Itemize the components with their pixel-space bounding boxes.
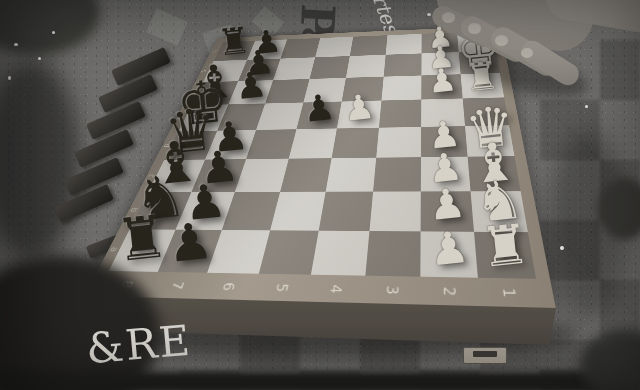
file-label: a bbox=[89, 244, 139, 255]
square-f1 bbox=[460, 73, 504, 99]
carpet-speck bbox=[585, 105, 588, 108]
square-h5 bbox=[315, 37, 353, 58]
square-e2 bbox=[421, 99, 464, 127]
square-f5 bbox=[303, 78, 346, 103]
carpet-speck bbox=[38, 57, 41, 60]
carpet-pattern-shape bbox=[146, 8, 188, 46]
square-g1 bbox=[458, 51, 499, 74]
square-e1 bbox=[462, 97, 509, 125]
hand-knuckle bbox=[521, 48, 533, 58]
square-c1 bbox=[467, 156, 520, 191]
board-clasp bbox=[463, 347, 507, 364]
file-label: c bbox=[130, 172, 174, 180]
square-b5 bbox=[270, 192, 326, 231]
file-label: b bbox=[111, 206, 157, 215]
hand-knuckle bbox=[442, 12, 455, 23]
square-d3 bbox=[376, 127, 421, 158]
carpet-speck bbox=[14, 43, 18, 46]
file-label: f bbox=[175, 90, 212, 97]
dark-object-top-left bbox=[0, 0, 100, 55]
file-label: e bbox=[161, 114, 200, 121]
carpet-speck bbox=[8, 76, 11, 80]
square-d2 bbox=[421, 126, 467, 157]
carpet-speck bbox=[560, 246, 564, 250]
square-c3 bbox=[373, 157, 421, 192]
square-g3 bbox=[383, 54, 421, 77]
carpet-pattern-shape bbox=[252, 6, 285, 38]
dark-floor-band-bottom bbox=[0, 372, 640, 390]
square-c2 bbox=[421, 157, 470, 192]
square-b2 bbox=[421, 191, 474, 231]
shadow-left-of-board bbox=[0, 60, 80, 260]
square-g2 bbox=[421, 52, 460, 75]
square-b3 bbox=[369, 192, 421, 231]
square-e5 bbox=[296, 102, 342, 129]
board-grid bbox=[109, 31, 536, 279]
square-h4 bbox=[350, 35, 387, 56]
square-e3 bbox=[379, 100, 422, 128]
carpet-logo-re-text: &RE bbox=[84, 319, 193, 370]
square-g5 bbox=[309, 56, 350, 79]
square-h1 bbox=[457, 31, 496, 52]
square-e4 bbox=[337, 101, 381, 129]
square-f3 bbox=[381, 75, 421, 100]
square-f4 bbox=[342, 77, 384, 102]
square-g4 bbox=[346, 55, 385, 78]
square-f2 bbox=[421, 74, 462, 99]
photo-scene: P & rtes &RE 87654321 hgfedcba ♜♞♝♛♚♝♜♟♟… bbox=[0, 0, 640, 390]
carpet-speck bbox=[427, 13, 431, 16]
hand-arm bbox=[542, 0, 640, 36]
square-b1 bbox=[470, 191, 528, 232]
carpet-speck bbox=[52, 31, 55, 34]
file-label: d bbox=[147, 141, 188, 149]
square-d5 bbox=[288, 128, 337, 158]
square-b4 bbox=[319, 192, 373, 231]
square-c4 bbox=[326, 158, 376, 192]
square-h3 bbox=[385, 34, 421, 55]
square-h6 bbox=[280, 38, 319, 59]
square-h2 bbox=[422, 32, 459, 53]
square-d4 bbox=[332, 127, 379, 158]
square-c5 bbox=[280, 158, 332, 192]
square-d1 bbox=[465, 125, 515, 157]
